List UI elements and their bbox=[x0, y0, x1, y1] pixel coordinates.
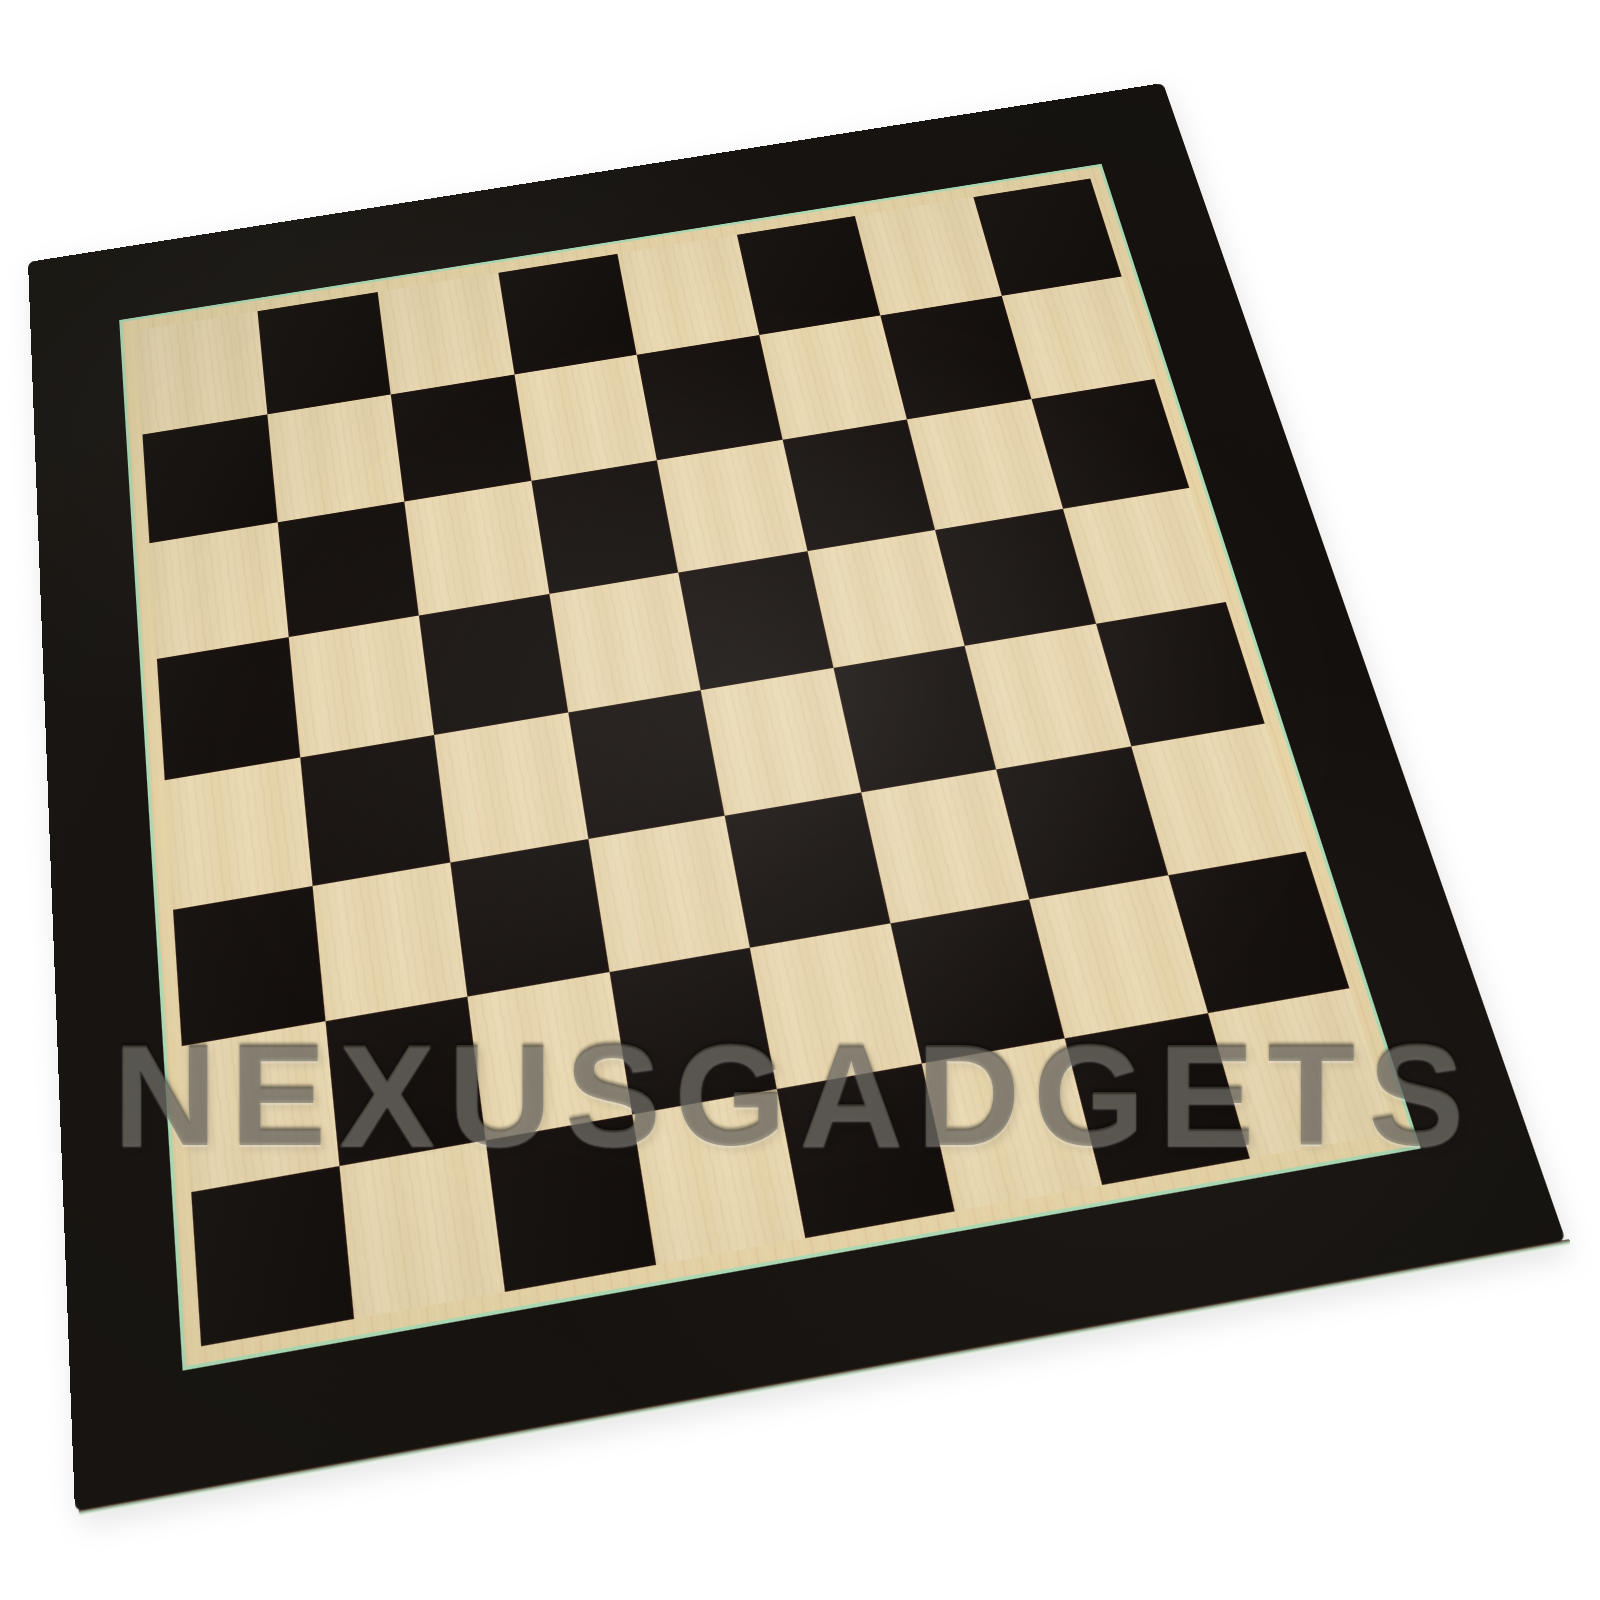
square-b2 bbox=[325, 997, 486, 1166]
square-c8 bbox=[378, 273, 514, 394]
square-e6 bbox=[657, 440, 807, 572]
square-c3 bbox=[450, 839, 609, 997]
square-b8 bbox=[257, 292, 391, 414]
square-a5 bbox=[157, 637, 300, 781]
square-c1 bbox=[486, 1114, 656, 1292]
square-c5 bbox=[419, 594, 568, 735]
square-c4 bbox=[434, 713, 588, 862]
square-b7 bbox=[267, 394, 405, 522]
square-a8 bbox=[136, 311, 267, 434]
square-e4 bbox=[701, 668, 861, 815]
square-b4 bbox=[300, 735, 451, 886]
square-a2 bbox=[182, 1021, 339, 1191]
chessboard bbox=[28, 83, 1566, 1512]
square-a7 bbox=[142, 414, 277, 543]
square-b5 bbox=[288, 615, 434, 758]
square-a4 bbox=[165, 758, 312, 910]
square-d8 bbox=[498, 254, 637, 374]
square-a6 bbox=[149, 522, 288, 658]
square-d4 bbox=[568, 690, 725, 838]
square-d5 bbox=[549, 572, 701, 712]
square-b3 bbox=[312, 862, 467, 1021]
square-c2 bbox=[467, 972, 631, 1140]
square-c6 bbox=[404, 481, 548, 615]
product-photo-scene: NEXUSGADGETS bbox=[0, 0, 1600, 1600]
square-d3 bbox=[588, 815, 750, 972]
square-d6 bbox=[531, 460, 678, 593]
square-b6 bbox=[277, 502, 419, 637]
square-e5 bbox=[678, 551, 833, 690]
square-a1 bbox=[191, 1166, 353, 1347]
square-e7 bbox=[637, 335, 783, 461]
square-d2 bbox=[609, 948, 777, 1114]
square-b1 bbox=[339, 1140, 505, 1319]
square-a3 bbox=[173, 886, 325, 1047]
square-d1 bbox=[632, 1088, 806, 1265]
square-d7 bbox=[514, 354, 657, 481]
square-c7 bbox=[391, 374, 531, 501]
square-e8 bbox=[617, 235, 758, 355]
